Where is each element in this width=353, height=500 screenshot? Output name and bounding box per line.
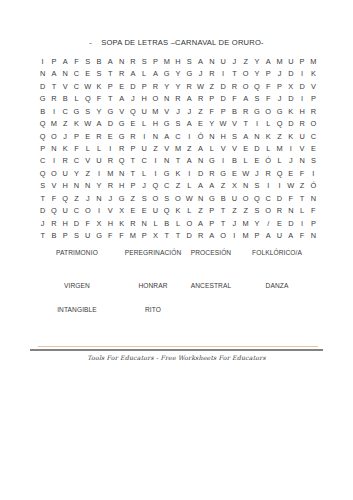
grid-cell: J — [285, 155, 296, 167]
grid-cell: G — [116, 192, 127, 204]
grid-cell: N — [206, 130, 217, 142]
grid-cell: G — [184, 67, 195, 79]
grid-cell: O — [263, 105, 274, 117]
grid-cell: Y — [172, 80, 183, 92]
grid-cell: A — [184, 155, 195, 167]
grid-cell: B — [229, 155, 240, 167]
grid-cell: D — [71, 217, 82, 229]
grid-cell: I — [93, 205, 104, 217]
grid-cell: W — [82, 80, 93, 92]
grid-cell: Q — [161, 205, 172, 217]
grid-cell: D — [285, 92, 296, 104]
grid-cell: N — [71, 180, 82, 192]
grid-cell: N — [93, 192, 104, 204]
grid-cell: A — [206, 230, 217, 242]
grid-cell: A — [206, 180, 217, 192]
grid-cell: R — [240, 105, 251, 117]
grid-cell: C — [263, 192, 274, 204]
grid-cell: N — [37, 67, 48, 79]
grid-cell: Q — [37, 117, 48, 129]
grid-cell: R — [184, 80, 195, 92]
grid-cell: F — [285, 192, 296, 204]
grid-cell: Q — [274, 167, 285, 179]
grid-cell: P — [251, 230, 262, 242]
grid-cell: O — [184, 217, 195, 229]
grid-cell: I — [37, 55, 48, 67]
grid-cell: S — [251, 180, 262, 192]
grid-cell: I — [184, 130, 195, 142]
grid-cell: K — [71, 117, 82, 129]
word-item: DANZA — [235, 282, 319, 289]
grid-cell: F — [93, 92, 104, 104]
grid-cell: R — [60, 155, 71, 167]
grid-cell: U — [296, 130, 307, 142]
grid-cell: P — [308, 217, 319, 229]
grid-cell: R — [206, 67, 217, 79]
grid-cell: F — [263, 80, 274, 92]
grid-cell: E — [82, 130, 93, 142]
grid-cell: G — [105, 105, 116, 117]
grid-cell: J — [82, 192, 93, 204]
grid-cell: I — [251, 117, 262, 129]
grid-cell: A — [240, 130, 251, 142]
grid-cell: I — [296, 92, 307, 104]
grid-cell: G — [161, 117, 172, 129]
grid-cell: K — [285, 130, 296, 142]
word-item: RITO — [119, 306, 187, 313]
grid-cell: J — [195, 67, 206, 79]
word-item: PEREGRINACIÓN — [119, 249, 187, 256]
grid-cell: A — [184, 92, 195, 104]
grid-cell: W — [184, 192, 195, 204]
grid-cell: L — [139, 167, 150, 179]
grid-cell: P — [37, 142, 48, 154]
grid-cell: G — [161, 167, 172, 179]
grid-cell: E — [127, 117, 138, 129]
grid-cell: A — [60, 55, 71, 67]
grid-cell: N — [308, 230, 319, 242]
grid-cell: Z — [82, 167, 93, 179]
grid-cell: Z — [150, 142, 161, 154]
grid-cell: S — [82, 105, 93, 117]
grid-cell: Y — [71, 167, 82, 179]
grid-cell: Y — [93, 105, 104, 117]
grid-cell: C — [172, 130, 183, 142]
grid-cell: Q — [251, 80, 262, 92]
grid-cell: K — [172, 167, 183, 179]
grid-cell: R — [105, 155, 116, 167]
grid-cell: O — [82, 205, 93, 217]
grid-cell: O — [48, 130, 59, 142]
grid-cell: O — [150, 192, 161, 204]
grid-cell: Z — [229, 205, 240, 217]
grid-cell: E — [240, 142, 251, 154]
grid-cell: L — [263, 142, 274, 154]
grid-cell: R — [48, 217, 59, 229]
grid-cell: J — [127, 92, 138, 104]
grid-cell: D — [195, 167, 206, 179]
grid-cell: M — [308, 55, 319, 67]
grid-cell: Q — [127, 105, 138, 117]
grid-cell: K — [285, 105, 296, 117]
grid-cell: D — [285, 117, 296, 129]
grid-cell: D — [37, 80, 48, 92]
grid-cell: I — [229, 230, 240, 242]
grid-cell: L — [274, 155, 285, 167]
grid-cell: V — [82, 155, 93, 167]
grid-cell: L — [139, 67, 150, 79]
grid-cell: L — [263, 117, 274, 129]
grid-cell: J — [184, 105, 195, 117]
grid-cell: C — [71, 67, 82, 79]
grid-cell: G — [206, 192, 217, 204]
grid-cell: L — [139, 117, 150, 129]
grid-cell: L — [82, 142, 93, 154]
grid-cell: R — [263, 167, 274, 179]
grid-cell: J — [229, 55, 240, 67]
grid-cell: I — [285, 142, 296, 154]
grid-cell: N — [60, 67, 71, 79]
grid-cell: I — [93, 167, 104, 179]
grid-cell: A — [195, 180, 206, 192]
grid-cell: F — [296, 167, 307, 179]
grid-cell: C — [37, 155, 48, 167]
grid-cell: N — [48, 142, 59, 154]
grid-cell: A — [263, 55, 274, 67]
grid-cell: O — [150, 92, 161, 104]
grid-cell: G — [161, 67, 172, 79]
grid-cell: S — [172, 117, 183, 129]
grid-cell: O — [240, 80, 251, 92]
grid-cell: W — [285, 180, 296, 192]
grid-cell: B — [217, 192, 228, 204]
grid-cell: D — [296, 80, 307, 92]
grid-cell: F — [229, 92, 240, 104]
word-item: PROCESIÓN — [187, 249, 235, 256]
grid-cell: S — [184, 55, 195, 67]
grid-cell: V — [161, 142, 172, 154]
grid-cell: N — [116, 167, 127, 179]
grid-cell: S — [82, 55, 93, 67]
grid-cell: K — [93, 80, 104, 92]
grid-cell: O — [172, 192, 183, 204]
grid-cell: Q — [82, 92, 93, 104]
grid-cell: T — [217, 217, 228, 229]
grid-cell: V — [116, 105, 127, 117]
grid-cell: B — [37, 105, 48, 117]
grid-cell: L — [71, 92, 82, 104]
grid-cell: R — [127, 217, 138, 229]
grid-cell: R — [274, 205, 285, 217]
grid-cell: J — [139, 180, 150, 192]
word-item — [235, 306, 319, 313]
grid-cell: D — [217, 92, 228, 104]
grid-cell: R — [93, 130, 104, 142]
grid-cell: S — [229, 130, 240, 142]
grid-cell: I — [296, 67, 307, 79]
grid-cell: R — [48, 92, 59, 104]
grid-cell: S — [251, 92, 262, 104]
grid-cell: Z — [60, 117, 71, 129]
grid-cell: G — [71, 105, 82, 117]
grid-cell: R — [105, 180, 116, 192]
grid-cell: Q — [37, 130, 48, 142]
grid-cell: / — [263, 217, 274, 229]
grid-cell: H — [150, 117, 161, 129]
grid-cell: T — [48, 80, 59, 92]
grid-cell: C — [308, 130, 319, 142]
grid-cell: S — [308, 155, 319, 167]
grid-cell: L — [172, 217, 183, 229]
grid-cell: X — [285, 80, 296, 92]
grid-cell: O — [308, 117, 319, 129]
grid-cell: R — [172, 92, 183, 104]
grid-cell: L — [296, 205, 307, 217]
grid-cell: P — [139, 230, 150, 242]
grid-cell: R — [308, 105, 319, 117]
grid-cell: I — [48, 155, 59, 167]
grid-cell: O — [263, 205, 274, 217]
grid-cell: D — [285, 67, 296, 79]
grid-cell: M — [274, 142, 285, 154]
grid-cell: G — [93, 230, 104, 242]
grid-cell: R — [296, 117, 307, 129]
grid-cell: I — [263, 180, 274, 192]
grid-cell: B — [60, 92, 71, 104]
grid-cell: N — [116, 55, 127, 67]
grid-cell: N — [139, 217, 150, 229]
grid-cell: D — [105, 117, 116, 129]
grid-cell: E — [229, 167, 240, 179]
grid-cell: P — [206, 217, 217, 229]
word-bank-row: VIRGEN HONRAR ANCESTRAL DANZA — [35, 282, 319, 289]
grid-cell: H — [105, 217, 116, 229]
grid-cell: R — [127, 130, 138, 142]
grid-cell: E — [127, 205, 138, 217]
divider-gray-line — [30, 349, 323, 351]
word-bank-row: INTANGIBLE RITO — [35, 306, 319, 313]
grid-cell: Ó — [195, 130, 206, 142]
grid-cell: P — [296, 55, 307, 67]
grid-cell: K — [308, 67, 319, 79]
grid-cell: H — [60, 217, 71, 229]
grid-cell: Z — [195, 105, 206, 117]
grid-cell: F — [82, 217, 93, 229]
grid-cell: F — [308, 205, 319, 217]
grid-cell: S — [139, 55, 150, 67]
grid-cell: I — [296, 217, 307, 229]
grid-cell: E — [308, 142, 319, 154]
grid-cell: G — [116, 130, 127, 142]
grid-cell: A — [105, 55, 116, 67]
grid-cell: T — [217, 205, 228, 217]
grid-cell: J — [274, 92, 285, 104]
grid-cell: U — [139, 105, 150, 117]
grid-cell: N — [161, 92, 172, 104]
grid-cell: L — [240, 155, 251, 167]
grid-cell: N — [161, 155, 172, 167]
grid-cell: D — [274, 192, 285, 204]
grid-cell: A — [184, 117, 195, 129]
grid-cell: H — [139, 92, 150, 104]
grid-cell: M — [105, 167, 116, 179]
grid-cell: V — [229, 117, 240, 129]
grid-cell: E — [139, 205, 150, 217]
grid-cell: I — [217, 155, 228, 167]
grid-cell: U — [82, 230, 93, 242]
grid-cell: S — [93, 67, 104, 79]
grid-cell: N — [308, 192, 319, 204]
word-item: ANCESTRAL — [187, 282, 235, 289]
credit-line: Tools For Educators - Free Worksheets Fo… — [0, 354, 353, 361]
grid-cell: P — [127, 180, 138, 192]
grid-cell: N — [150, 130, 161, 142]
grid-cell: A — [263, 230, 274, 242]
grid-cell: R — [195, 92, 206, 104]
grid-cell: H — [116, 180, 127, 192]
grid-cell: Z — [206, 80, 217, 92]
grid-cell: R — [150, 80, 161, 92]
grid-cell: T — [172, 155, 183, 167]
grid-cell: R — [195, 230, 206, 242]
grid-cell: L — [184, 205, 195, 217]
grid-cell: Z — [71, 192, 82, 204]
grid-cell: W — [217, 117, 228, 129]
grid-cell: R — [116, 142, 127, 154]
grid-cell: D — [37, 205, 48, 217]
grid-cell: Q — [116, 155, 127, 167]
grid-cell: V — [308, 80, 319, 92]
grid-cell: B — [229, 105, 240, 117]
grid-cell: H — [60, 180, 71, 192]
grid-cell: A — [127, 67, 138, 79]
grid-cell: C — [161, 180, 172, 192]
grid-cell: C — [60, 105, 71, 117]
grid-cell: E — [274, 217, 285, 229]
grid-cell: T — [37, 192, 48, 204]
grid-cell: U — [139, 142, 150, 154]
grid-cell: C — [71, 155, 82, 167]
grid-cell: T — [229, 67, 240, 79]
grid-cell: T — [127, 155, 138, 167]
grid-cell: Z — [274, 130, 285, 142]
grid-cell: S — [251, 205, 262, 217]
word-item: HONRAR — [119, 282, 187, 289]
grid-cell: A — [150, 67, 161, 79]
grid-cell: J — [274, 67, 285, 79]
grid-cell: O — [48, 167, 59, 179]
grid-cell: V — [105, 205, 116, 217]
grid-cell: U — [285, 55, 296, 67]
grid-cell: D — [251, 142, 262, 154]
grid-cell: P — [71, 130, 82, 142]
grid-cell: U — [217, 55, 228, 67]
grid-cell: E — [285, 167, 296, 179]
grid-cell: P — [217, 105, 228, 117]
grid-cell: Ó — [263, 155, 274, 167]
grid-cell: R — [206, 167, 217, 179]
grid-cell: T — [296, 192, 307, 204]
grid-cell: X — [229, 180, 240, 192]
word-item: PATRIMONIO — [35, 249, 119, 256]
grid-cell: Y — [161, 80, 172, 92]
grid-cell: F — [263, 92, 274, 104]
grid-cell: G — [116, 117, 127, 129]
grid-cell: K — [263, 130, 274, 142]
grid-cell: I — [274, 180, 285, 192]
grid-cell: A — [195, 142, 206, 154]
grid-cell: E — [116, 80, 127, 92]
grid-cell: G — [251, 105, 262, 117]
grid-cell: L — [150, 217, 161, 229]
grid-cell: Z — [240, 55, 251, 67]
grid-cell: E — [195, 117, 206, 129]
grid-cell: W — [240, 167, 251, 179]
grid-cell: Y — [172, 67, 183, 79]
grid-cell: U — [274, 230, 285, 242]
grid-cell: Z — [296, 180, 307, 192]
grid-cell: P — [48, 55, 59, 67]
grid-cell: M — [240, 217, 251, 229]
grid-cell: N — [251, 130, 262, 142]
grid-cell: E — [82, 67, 93, 79]
grid-cell: H — [172, 55, 183, 67]
grid-cell: P — [263, 67, 274, 79]
grid-cell: Z — [184, 142, 195, 154]
grid-cell: T — [240, 117, 251, 129]
grid-cell: F — [105, 230, 116, 242]
grid-cell: S — [161, 192, 172, 204]
grid-cell: M — [150, 105, 161, 117]
grid-cell: F — [206, 105, 217, 117]
grid-cell: Y — [93, 180, 104, 192]
grid-cell: W — [195, 80, 206, 92]
grid-cell: Y — [206, 117, 217, 129]
grid-cell: K — [172, 205, 183, 217]
word-item — [187, 306, 235, 313]
grid-cell: X — [150, 230, 161, 242]
grid-cell: G — [217, 167, 228, 179]
grid-cell: N — [296, 155, 307, 167]
grid-cell: A — [161, 130, 172, 142]
grid-cell: N — [240, 180, 251, 192]
grid-cell: T — [105, 67, 116, 79]
grid-cell: J — [105, 192, 116, 204]
grid-cell: H — [296, 105, 307, 117]
grid-cell: Y — [251, 217, 262, 229]
grid-cell: Q — [251, 192, 262, 204]
grid-cell: M — [274, 55, 285, 67]
grid-cell: J — [172, 105, 183, 117]
grid-cell: P — [274, 80, 285, 92]
grid-cell: P — [308, 92, 319, 104]
grid-cell: Z — [240, 205, 251, 217]
grid-cell: F — [296, 230, 307, 242]
grid-cell: P — [206, 92, 217, 104]
grid-cell: N — [206, 55, 217, 67]
grid-cell: D — [217, 80, 228, 92]
grid-cell: M — [127, 230, 138, 242]
grid-cell: A — [48, 67, 59, 79]
grid-cell: A — [116, 92, 127, 104]
grid-cell: Y — [251, 67, 262, 79]
grid-cell: P — [150, 55, 161, 67]
word-item: INTANGIBLE — [35, 306, 119, 313]
grid-cell: T — [172, 230, 183, 242]
grid-cell: E — [105, 130, 116, 142]
grid-cell: L — [206, 142, 217, 154]
grid-cell: I — [217, 67, 228, 79]
